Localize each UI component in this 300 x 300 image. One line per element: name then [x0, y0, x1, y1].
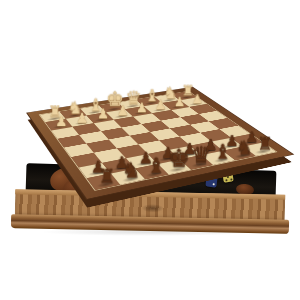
square-f2: ♟ [86, 112, 113, 123]
piece-white-pawn: ♟ [76, 111, 88, 125]
board-scene: ♜♞♝♚♛♝♞♜♟♟♟♟♟♟♟♟♟♟♟♟♟♟♟♟♜♞♝♚♛♝♞♜ [0, 0, 300, 300]
piece-black-rook: ♜ [257, 136, 272, 153]
piece-black-king: ♚ [168, 146, 191, 171]
piece-white-pawn: ♟ [136, 101, 148, 114]
piece-black-bishop: ♝ [146, 155, 165, 176]
piece-white-pawn: ♟ [55, 114, 67, 128]
piece-white-pawn: ♟ [173, 95, 184, 108]
piece-white-pawn: ♟ [191, 92, 202, 105]
piece-white-pawn: ♟ [117, 104, 129, 117]
piece-black-knight: ♞ [122, 160, 141, 181]
piece-white-pawn: ♟ [155, 98, 167, 111]
chess-set-photo: ♜♞♝♚♛♝♞♜♟♟♟♟♟♟♟♟♟♟♟♟♟♟♟♟♜♞♝♚♛♝♞♜ [0, 0, 300, 300]
piece-black-rook: ♜ [99, 167, 116, 186]
board-frame: ♜♞♝♚♛♝♞♜♟♟♟♟♟♟♟♟♟♟♟♟♟♟♟♟♜♞♝♚♛♝♞♜ [27, 87, 293, 199]
chess-board: ♜♞♝♚♛♝♞♜♟♟♟♟♟♟♟♟♟♟♟♟♟♟♟♟♜♞♝♚♛♝♞♜ [27, 87, 293, 199]
piece-black-queen: ♛ [191, 144, 211, 167]
piece-black-bishop: ♝ [214, 142, 232, 162]
piece-black-knight: ♞ [235, 138, 253, 158]
board-grid: ♜♞♝♚♛♝♞♜♟♟♟♟♟♟♟♟♟♟♟♟♟♟♟♟♜♞♝♚♛♝♞♜ [40, 91, 276, 190]
piece-white-pawn: ♟ [97, 107, 109, 120]
